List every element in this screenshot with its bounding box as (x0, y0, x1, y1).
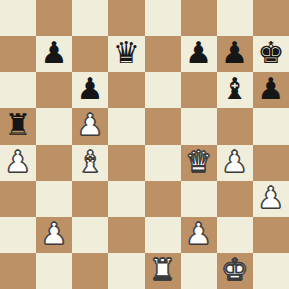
black-pawn[interactable]: ♟ (221, 38, 248, 68)
white-king[interactable]: ♚ (221, 255, 248, 285)
square-f2[interactable]: ♟ (181, 217, 217, 253)
square-d5[interactable] (108, 108, 144, 144)
black-rook[interactable]: ♜ (5, 110, 32, 140)
square-e3[interactable] (145, 181, 181, 217)
square-g4[interactable]: ♟ (217, 145, 253, 181)
black-pawn[interactable]: ♟ (257, 74, 284, 104)
square-f1[interactable] (181, 253, 217, 289)
square-c2[interactable] (72, 217, 108, 253)
square-h4[interactable] (253, 145, 289, 181)
white-pawn[interactable]: ♟ (257, 183, 284, 213)
square-b8[interactable] (36, 0, 72, 36)
white-bishop[interactable]: ♝ (77, 147, 104, 177)
square-h3[interactable]: ♟ (253, 181, 289, 217)
square-h6[interactable]: ♟ (253, 72, 289, 108)
white-rook[interactable]: ♜ (149, 255, 176, 285)
white-pawn[interactable]: ♟ (77, 110, 104, 140)
square-g3[interactable] (217, 181, 253, 217)
square-e7[interactable] (145, 36, 181, 72)
square-b5[interactable] (36, 108, 72, 144)
square-e2[interactable] (145, 217, 181, 253)
square-g5[interactable] (217, 108, 253, 144)
square-b3[interactable] (36, 181, 72, 217)
square-g1[interactable]: ♚ (217, 253, 253, 289)
square-h1[interactable] (253, 253, 289, 289)
white-queen[interactable]: ♛ (185, 147, 212, 177)
square-f5[interactable] (181, 108, 217, 144)
black-bishop[interactable]: ♝ (221, 74, 248, 104)
square-e1[interactable]: ♜ (145, 253, 181, 289)
white-pawn[interactable]: ♟ (185, 219, 212, 249)
square-e4[interactable] (145, 145, 181, 181)
square-c4[interactable]: ♝ (72, 145, 108, 181)
square-e6[interactable] (145, 72, 181, 108)
square-b7[interactable]: ♟ (36, 36, 72, 72)
square-f4[interactable]: ♛ (181, 145, 217, 181)
square-b1[interactable] (36, 253, 72, 289)
square-c6[interactable]: ♟ (72, 72, 108, 108)
square-a4[interactable]: ♟ (0, 145, 36, 181)
square-d7[interactable]: ♛ (108, 36, 144, 72)
square-h2[interactable] (253, 217, 289, 253)
square-f3[interactable] (181, 181, 217, 217)
square-b6[interactable] (36, 72, 72, 108)
black-pawn[interactable]: ♟ (41, 38, 68, 68)
square-a5[interactable]: ♜ (0, 108, 36, 144)
square-h8[interactable] (253, 0, 289, 36)
white-pawn[interactable]: ♟ (5, 147, 32, 177)
square-e5[interactable] (145, 108, 181, 144)
square-c3[interactable] (72, 181, 108, 217)
square-h5[interactable] (253, 108, 289, 144)
square-c8[interactable] (72, 0, 108, 36)
square-d1[interactable] (108, 253, 144, 289)
square-d3[interactable] (108, 181, 144, 217)
square-d8[interactable] (108, 0, 144, 36)
black-pawn[interactable]: ♟ (77, 74, 104, 104)
square-c1[interactable] (72, 253, 108, 289)
square-c5[interactable]: ♟ (72, 108, 108, 144)
square-a8[interactable] (0, 0, 36, 36)
black-queen[interactable]: ♛ (113, 38, 140, 68)
square-h7[interactable]: ♚ (253, 36, 289, 72)
square-a1[interactable] (0, 253, 36, 289)
square-d4[interactable] (108, 145, 144, 181)
white-pawn[interactable]: ♟ (41, 219, 68, 249)
square-a6[interactable] (0, 72, 36, 108)
square-d6[interactable] (108, 72, 144, 108)
chess-board: ♟♛♟♟♚♟♝♟♜♟♟♝♛♟♟♟♟♜♚ (0, 0, 289, 289)
square-g2[interactable] (217, 217, 253, 253)
square-g7[interactable]: ♟ (217, 36, 253, 72)
square-b2[interactable]: ♟ (36, 217, 72, 253)
square-f6[interactable] (181, 72, 217, 108)
white-pawn[interactable]: ♟ (221, 147, 248, 177)
square-f8[interactable] (181, 0, 217, 36)
square-c7[interactable] (72, 36, 108, 72)
square-e8[interactable] (145, 0, 181, 36)
square-g6[interactable]: ♝ (217, 72, 253, 108)
black-king[interactable]: ♚ (257, 38, 284, 68)
square-f7[interactable]: ♟ (181, 36, 217, 72)
square-a7[interactable] (0, 36, 36, 72)
square-a2[interactable] (0, 217, 36, 253)
square-g8[interactable] (217, 0, 253, 36)
square-b4[interactable] (36, 145, 72, 181)
square-d2[interactable] (108, 217, 144, 253)
square-a3[interactable] (0, 181, 36, 217)
black-pawn[interactable]: ♟ (185, 38, 212, 68)
